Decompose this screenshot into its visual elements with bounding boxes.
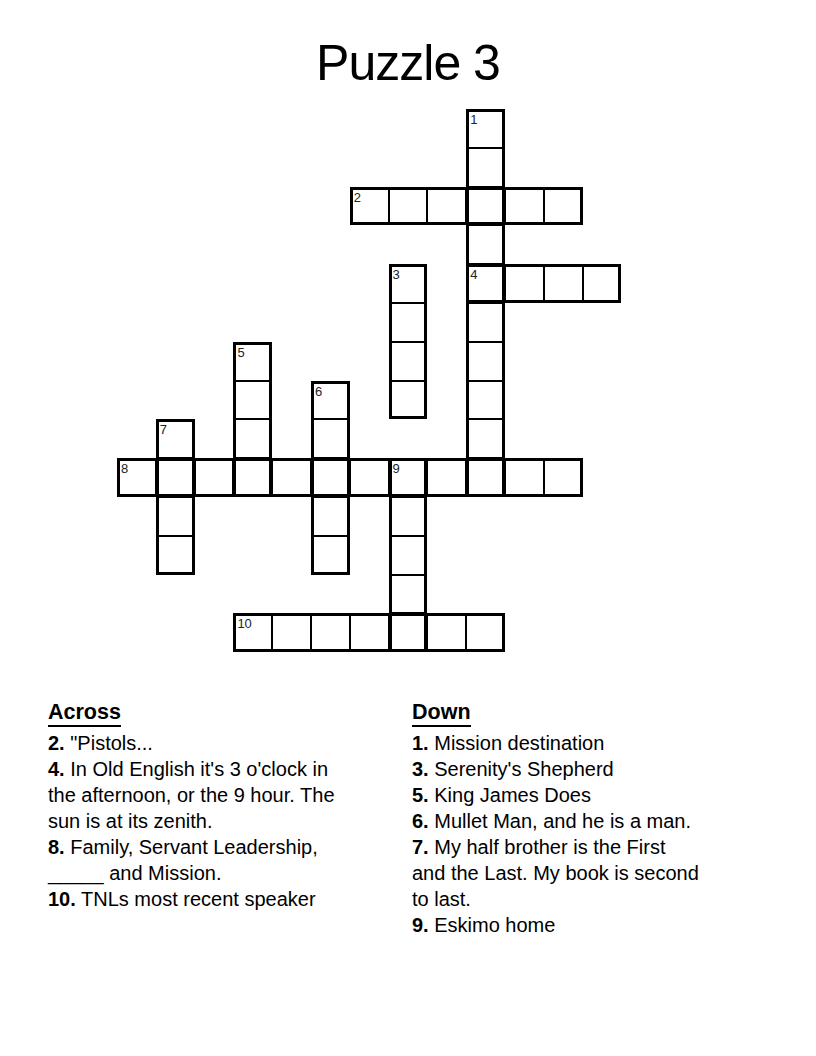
clue-text: Eskimo home [434, 914, 555, 936]
grid-cell-r13c7[interactable] [389, 613, 428, 652]
clue-down-5: 5. King James Does [412, 782, 804, 808]
clue-text: My half brother is the First and the Las… [412, 836, 699, 910]
grid-cell-r9c1[interactable] [156, 458, 195, 497]
grid-cell-r2c11[interactable] [544, 187, 583, 226]
grid-cell-r9c6[interactable] [350, 458, 389, 497]
clue-number: 10. [48, 888, 76, 910]
grid-cell-r11c1[interactable] [156, 536, 195, 575]
grid-cell-r4c10[interactable] [505, 264, 544, 303]
clue-down-1: 1. Mission destination [412, 730, 804, 756]
clue-text: TNLs most recent speaker [81, 888, 316, 910]
clue-text: King James Does [434, 784, 591, 806]
clue-down-3: 3. Serenity's Shepherd [412, 756, 804, 782]
clue-number: 5. [412, 784, 429, 806]
grid-cell-r4c7[interactable] [389, 264, 428, 303]
crossword-page: { "title": "Puzzle 3", "game": "crosswor… [0, 0, 816, 1056]
grid-cell-r2c9[interactable] [466, 187, 505, 226]
grid-cell-r2c8[interactable] [427, 187, 466, 226]
grid-cell-r5c9[interactable] [466, 303, 505, 342]
grid-cell-r9c3[interactable] [233, 458, 272, 497]
grid-cell-r9c2[interactable] [195, 458, 234, 497]
grid-cell-r6c9[interactable] [466, 342, 505, 381]
grid-cell-r13c6[interactable] [350, 613, 389, 652]
across-clues-section: Across 2. "Pistols... 4. In Old English … [48, 700, 406, 912]
down-clues-section: Down 1. Mission destination 3. Serenity'… [412, 700, 804, 938]
grid-cell-r12c7[interactable] [389, 575, 428, 614]
grid-cell-r13c8[interactable] [427, 613, 466, 652]
page-title: Puzzle 3 [0, 34, 816, 92]
grid-cell-r4c9[interactable] [466, 264, 505, 303]
clue-text: Family, Servant Leadership, _____ and Mi… [48, 836, 318, 884]
clue-number: 2. [48, 732, 65, 754]
grid-cell-r9c7[interactable] [389, 458, 428, 497]
grid-cell-r13c3[interactable] [233, 613, 272, 652]
grid-cell-r10c1[interactable] [156, 497, 195, 536]
grid-cell-r6c7[interactable] [389, 342, 428, 381]
grid-cell-r10c7[interactable] [389, 497, 428, 536]
grid-cell-r11c7[interactable] [389, 536, 428, 575]
grid-cell-r9c4[interactable] [272, 458, 311, 497]
down-heading: Down [412, 700, 804, 725]
grid-cell-r13c9[interactable] [466, 613, 505, 652]
grid-cell-r10c5[interactable] [311, 497, 350, 536]
clue-down-6: 6. Mullet Man, and he is a man. [412, 808, 804, 834]
grid-cell-r9c11[interactable] [544, 458, 583, 497]
clue-across-2: 2. "Pistols... [48, 730, 406, 756]
clue-text: Serenity's Shepherd [434, 758, 613, 780]
grid-cell-r9c0[interactable] [117, 458, 156, 497]
crossword-grid: 12345678910 [117, 109, 622, 653]
grid-cell-r6c3[interactable] [233, 342, 272, 381]
grid-cell-r9c5[interactable] [311, 458, 350, 497]
grid-cell-r1c9[interactable] [466, 148, 505, 187]
grid-cell-r5c7[interactable] [389, 303, 428, 342]
grid-cell-r7c7[interactable] [389, 381, 428, 420]
clue-text: Mission destination [434, 732, 604, 754]
grid-cell-r4c11[interactable] [544, 264, 583, 303]
clue-across-8: 8. Family, Servant Leadership, _____ and… [48, 834, 406, 886]
grid-cell-r3c9[interactable] [466, 225, 505, 264]
grid-cell-r11c5[interactable] [311, 536, 350, 575]
grid-cell-r13c4[interactable] [272, 613, 311, 652]
clue-number: 8. [48, 836, 65, 858]
grid-cell-r9c8[interactable] [427, 458, 466, 497]
grid-cell-r8c5[interactable] [311, 419, 350, 458]
grid-cell-r9c9[interactable] [466, 458, 505, 497]
grid-cell-r2c6[interactable] [350, 187, 389, 226]
grid-cell-r0c9[interactable] [466, 109, 505, 148]
grid-cell-r2c10[interactable] [505, 187, 544, 226]
clue-number: 4. [48, 758, 65, 780]
grid-cell-r13c5[interactable] [311, 613, 350, 652]
across-heading: Across [48, 700, 406, 725]
grid-cell-r4c12[interactable] [583, 264, 622, 303]
clue-number: 9. [412, 914, 429, 936]
grid-cell-r8c1[interactable] [156, 419, 195, 458]
clue-down-9: 9. Eskimo home [412, 912, 804, 938]
grid-cell-r9c10[interactable] [505, 458, 544, 497]
clue-number: 1. [412, 732, 429, 754]
clue-text: In Old English it's 3 o'clock in the aft… [48, 758, 335, 832]
clue-number: 3. [412, 758, 429, 780]
grid-cell-r2c7[interactable] [389, 187, 428, 226]
grid-cell-r7c3[interactable] [233, 381, 272, 420]
clue-number: 6. [412, 810, 429, 832]
clue-text: Mullet Man, and he is a man. [434, 810, 691, 832]
grid-cell-r7c5[interactable] [311, 381, 350, 420]
clue-text: "Pistols... [70, 732, 153, 754]
grid-cell-r8c9[interactable] [466, 419, 505, 458]
clue-number: 7. [412, 836, 429, 858]
clue-across-10: 10. TNLs most recent speaker [48, 886, 406, 912]
grid-cell-r8c3[interactable] [233, 419, 272, 458]
clue-across-4: 4. In Old English it's 3 o'clock in the … [48, 756, 406, 834]
grid-cell-r7c9[interactable] [466, 381, 505, 420]
clue-down-7: 7. My half brother is the First and the … [412, 834, 804, 912]
